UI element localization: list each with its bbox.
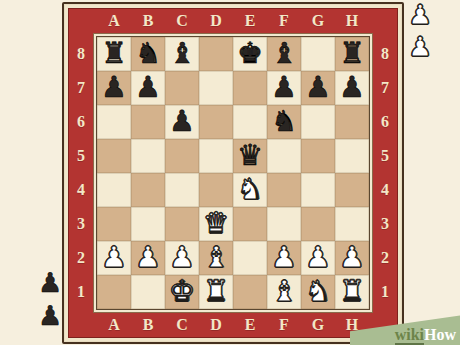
square-e8[interactable]: ♚	[233, 37, 267, 71]
board-inner: ♜♞♝♚♝♜♟♟♟♟♟♟♞♛♞♛♟♟♟♝♟♟♟♚♜♝♞♜	[93, 33, 373, 313]
square-h3[interactable]	[335, 207, 369, 241]
file-label-bottom-c: C	[165, 317, 199, 333]
square-e6[interactable]	[233, 105, 267, 139]
file-label-top-c: C	[165, 13, 199, 29]
white-rook-h1: ♜	[339, 277, 365, 306]
rank-label-left-5: 5	[69, 148, 93, 164]
chess-board: ♜♞♝♚♝♜♟♟♟♟♟♟♞♛♞♛♟♟♟♝♟♟♟♚♜♝♞♜	[97, 37, 369, 309]
captured-black-pawn: ♟	[38, 269, 62, 296]
captured-black-pawn: ♟	[38, 302, 62, 329]
black-pawn-h7: ♟	[339, 73, 365, 102]
wikihow-logo-wiki: wiki	[395, 326, 424, 345]
square-c7[interactable]	[165, 71, 199, 105]
square-e4[interactable]: ♞	[233, 173, 267, 207]
square-b6[interactable]	[131, 105, 165, 139]
square-d6[interactable]	[199, 105, 233, 139]
square-h6[interactable]	[335, 105, 369, 139]
rank-label-left-8: 8	[69, 46, 93, 62]
rank-label-left-3: 3	[69, 216, 93, 232]
black-pawn-g7: ♟	[305, 73, 331, 102]
square-d3[interactable]: ♛	[199, 207, 233, 241]
file-label-bottom-f: F	[267, 317, 301, 333]
captured-white-pawns-tray: ♟♟	[408, 2, 432, 61]
square-g1[interactable]: ♞	[301, 275, 335, 309]
file-label-top-f: F	[267, 13, 301, 29]
square-a5[interactable]	[97, 139, 131, 173]
file-label-top-d: D	[199, 13, 233, 29]
square-a7[interactable]: ♟	[97, 71, 131, 105]
square-g7[interactable]: ♟	[301, 71, 335, 105]
rank-label-right-2: 2	[373, 250, 397, 266]
black-bishop-c8: ♝	[169, 39, 195, 68]
file-labels-bottom: ABCDEFGH	[97, 313, 369, 337]
file-labels-top: ABCDEFGH	[97, 9, 369, 33]
black-rook-h8: ♜	[339, 39, 365, 68]
square-g8[interactable]	[301, 37, 335, 71]
square-e3[interactable]	[233, 207, 267, 241]
square-e2[interactable]	[233, 241, 267, 275]
captured-white-pawn: ♟	[408, 1, 432, 28]
black-king-e8: ♚	[237, 39, 263, 68]
square-a2[interactable]: ♟	[97, 241, 131, 275]
captured-black-pawns-tray: ♟♟	[38, 270, 62, 330]
square-c6[interactable]: ♟	[165, 105, 199, 139]
wikihow-logo-how: How	[424, 326, 456, 343]
square-d7[interactable]	[199, 71, 233, 105]
square-e5[interactable]: ♛	[233, 139, 267, 173]
square-c2[interactable]: ♟	[165, 241, 199, 275]
wikihow-logo: wikiHow	[395, 326, 456, 344]
square-b4[interactable]	[131, 173, 165, 207]
frame-corner	[373, 9, 397, 33]
square-a1[interactable]	[97, 275, 131, 309]
white-pawn-f2: ♟	[271, 243, 297, 272]
square-g5[interactable]	[301, 139, 335, 173]
square-d4[interactable]	[199, 173, 233, 207]
rank-labels-left: 87654321	[69, 37, 93, 309]
rank-label-left-7: 7	[69, 80, 93, 96]
white-king-c1: ♚	[169, 277, 195, 306]
square-f3[interactable]	[267, 207, 301, 241]
black-pawn-a7: ♟	[101, 73, 127, 102]
square-h8[interactable]: ♜	[335, 37, 369, 71]
square-g6[interactable]	[301, 105, 335, 139]
square-b1[interactable]	[131, 275, 165, 309]
square-c1[interactable]: ♚	[165, 275, 199, 309]
square-c8[interactable]: ♝	[165, 37, 199, 71]
square-c3[interactable]	[165, 207, 199, 241]
file-label-top-h: H	[335, 13, 369, 29]
file-label-top-a: A	[97, 13, 131, 29]
white-bishop-f1: ♝	[271, 277, 297, 306]
file-label-top-b: B	[131, 13, 165, 29]
square-f7[interactable]: ♟	[267, 71, 301, 105]
rank-label-right-4: 4	[373, 182, 397, 198]
square-b2[interactable]: ♟	[131, 241, 165, 275]
rank-label-left-4: 4	[69, 182, 93, 198]
white-pawn-g2: ♟	[305, 243, 331, 272]
square-g2[interactable]: ♟	[301, 241, 335, 275]
square-f2[interactable]: ♟	[267, 241, 301, 275]
square-h2[interactable]: ♟	[335, 241, 369, 275]
black-knight-b8: ♞	[135, 39, 161, 68]
black-pawn-f7: ♟	[271, 73, 297, 102]
square-c4[interactable]	[165, 173, 199, 207]
frame-corner	[69, 9, 93, 33]
file-label-bottom-b: B	[131, 317, 165, 333]
square-g3[interactable]	[301, 207, 335, 241]
file-label-bottom-g: G	[301, 317, 335, 333]
rank-label-right-8: 8	[373, 46, 397, 62]
rank-label-right-1: 1	[373, 284, 397, 300]
file-label-bottom-d: D	[199, 317, 233, 333]
square-g4[interactable]	[301, 173, 335, 207]
rank-label-left-2: 2	[69, 250, 93, 266]
black-knight-f6: ♞	[271, 107, 297, 136]
square-f1[interactable]: ♝	[267, 275, 301, 309]
white-rook-d1: ♜	[203, 277, 229, 306]
file-label-bottom-e: E	[233, 317, 267, 333]
rank-label-right-7: 7	[373, 80, 397, 96]
chess-illustration: ABCDEFGH 87654321 ♜♞♝♚♝♜♟♟♟♟♟♟♞♛♞♛♟♟♟♝♟♟…	[0, 0, 460, 345]
square-d5[interactable]	[199, 139, 233, 173]
square-f5[interactable]	[267, 139, 301, 173]
square-h1[interactable]: ♜	[335, 275, 369, 309]
square-f8[interactable]: ♝	[267, 37, 301, 71]
rank-label-right-5: 5	[373, 148, 397, 164]
square-a4[interactable]	[97, 173, 131, 207]
white-pawn-a2: ♟	[101, 243, 127, 272]
square-f6[interactable]: ♞	[267, 105, 301, 139]
square-e1[interactable]	[233, 275, 267, 309]
file-label-top-g: G	[301, 13, 335, 29]
white-bishop-d2: ♝	[203, 243, 229, 272]
square-e7[interactable]	[233, 71, 267, 105]
square-d1[interactable]: ♜	[199, 275, 233, 309]
white-knight-g1: ♞	[305, 277, 331, 306]
square-b8[interactable]: ♞	[131, 37, 165, 71]
square-h4[interactable]	[335, 173, 369, 207]
square-h5[interactable]	[335, 139, 369, 173]
black-queen-e5: ♛	[237, 141, 263, 170]
rank-labels-right: 87654321	[373, 37, 397, 309]
square-a3[interactable]	[97, 207, 131, 241]
white-knight-e4: ♞	[237, 175, 263, 204]
black-bishop-f8: ♝	[271, 39, 297, 68]
white-pawn-b2: ♟	[135, 243, 161, 272]
red-border: ABCDEFGH 87654321 ♜♞♝♚♝♜♟♟♟♟♟♟♞♛♞♛♟♟♟♝♟♟…	[68, 8, 398, 338]
black-pawn-c6: ♟	[169, 107, 195, 136]
square-b7[interactable]: ♟	[131, 71, 165, 105]
square-a6[interactable]	[97, 105, 131, 139]
square-b3[interactable]	[131, 207, 165, 241]
square-b5[interactable]	[131, 139, 165, 173]
square-d2[interactable]: ♝	[199, 241, 233, 275]
rank-label-left-6: 6	[69, 114, 93, 130]
white-queen-d3: ♛	[203, 209, 229, 238]
rank-label-left-1: 1	[69, 284, 93, 300]
file-label-top-e: E	[233, 13, 267, 29]
square-a8[interactable]: ♜	[97, 37, 131, 71]
frame-corner	[69, 313, 93, 337]
white-pawn-c2: ♟	[169, 243, 195, 272]
square-c5[interactable]	[165, 139, 199, 173]
square-h7[interactable]: ♟	[335, 71, 369, 105]
captured-white-pawn: ♟	[408, 33, 432, 60]
black-rook-a8: ♜	[101, 39, 127, 68]
square-f4[interactable]	[267, 173, 301, 207]
chess-board-frame: ABCDEFGH 87654321 ♜♞♝♚♝♜♟♟♟♟♟♟♞♛♞♛♟♟♟♝♟♟…	[62, 2, 404, 344]
rank-label-right-3: 3	[373, 216, 397, 232]
rank-label-right-6: 6	[373, 114, 397, 130]
white-pawn-h2: ♟	[339, 243, 365, 272]
file-label-bottom-a: A	[97, 317, 131, 333]
black-pawn-b7: ♟	[135, 73, 161, 102]
square-d8[interactable]	[199, 37, 233, 71]
